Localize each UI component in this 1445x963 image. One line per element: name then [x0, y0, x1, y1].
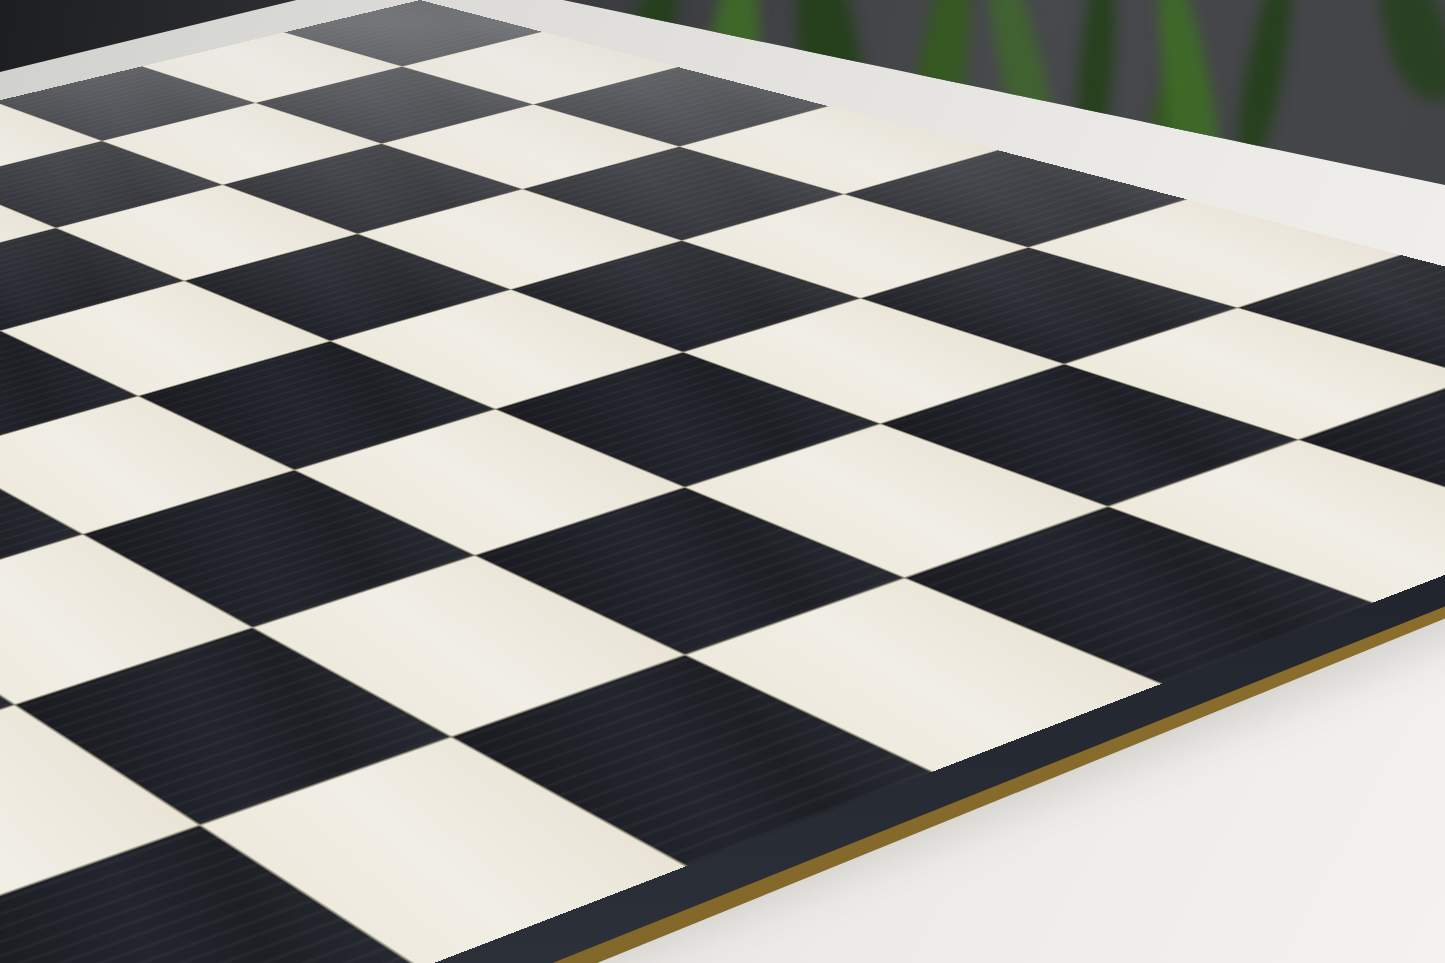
plant-leaf: [1071, 0, 1122, 161]
plant-leaf: [1228, 0, 1303, 172]
chessboard-product-photo: [0, 0, 1445, 963]
plant-leaf: [1363, 0, 1445, 111]
chess-board: [0, 0, 1445, 963]
